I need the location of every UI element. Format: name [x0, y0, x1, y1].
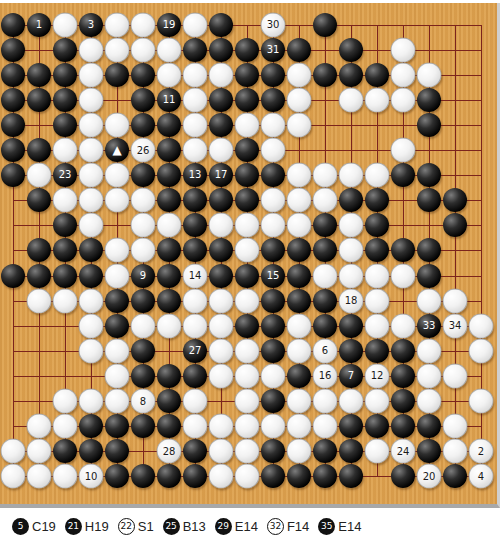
white-move-disc: 32: [267, 518, 284, 535]
move-number-label: 19: [163, 20, 176, 30]
point-P15[interactable]: [364, 112, 390, 138]
black-stone-B16: [27, 88, 51, 112]
point-D5[interactable]: [78, 363, 104, 389]
white-stone-M11: [287, 213, 312, 238]
black-stone-Q6: [391, 339, 415, 363]
black-stone-N8: [313, 289, 337, 313]
white-stone-A1: [1, 464, 26, 489]
black-stone-N17: [313, 63, 337, 87]
white-stone-D6: [79, 338, 104, 363]
point-S13[interactable]: [442, 162, 468, 188]
white-stone-J11: [209, 213, 234, 238]
white-stone-B8: [27, 288, 52, 313]
black-stone-G15: [157, 113, 181, 137]
black-stone-H18: [183, 38, 207, 62]
black-stone-K9: [235, 264, 259, 288]
move-number-label: 8: [140, 396, 146, 406]
move-number-label: 28: [163, 446, 176, 456]
go-board[interactable]: 1319303111▲26231317914151833342761671282…: [0, 3, 500, 508]
white-stone-L19: 30: [261, 12, 286, 37]
point-B4[interactable]: [26, 388, 52, 414]
white-stone-D16: [79, 87, 104, 112]
white-stone-J7: [209, 313, 234, 338]
black-stone-H6: 27: [183, 339, 207, 363]
black-stone-D2: [79, 439, 103, 463]
black-stone-M8: [287, 289, 311, 313]
white-stone-C12: [53, 188, 78, 213]
white-stone-E9: [105, 263, 130, 288]
black-stone-L8: [261, 289, 285, 313]
black-stone-O7: [339, 314, 363, 338]
white-stone-H7: [183, 313, 208, 338]
black-stone-E14: ▲: [105, 138, 129, 162]
black-stone-J19: [209, 13, 233, 37]
black-stone-J16: [209, 88, 233, 112]
black-stone-R3: [417, 414, 441, 438]
caption-coordinate: F14: [287, 519, 309, 534]
black-stone-N7: [313, 314, 337, 338]
point-Q8[interactable]: [390, 288, 416, 314]
black-stone-S12: [443, 188, 467, 212]
point-R11[interactable]: [416, 212, 442, 238]
white-stone-J1: [209, 464, 234, 489]
point-S18[interactable]: [442, 37, 468, 63]
point-B6[interactable]: [26, 338, 52, 364]
move-number-label: 6: [322, 346, 328, 356]
point-O15[interactable]: [338, 112, 364, 138]
black-stone-H11: [183, 213, 207, 237]
point-A3[interactable]: [0, 413, 26, 439]
black-stone-R9: [417, 264, 441, 288]
white-stone-G18: [157, 37, 182, 62]
caption-move-35: 35E14: [318, 518, 361, 535]
caption-coordinate: E14: [338, 519, 361, 534]
black-stone-F5: [131, 364, 155, 388]
point-M19[interactable]: [286, 12, 312, 38]
black-move-disc: 25: [163, 518, 180, 535]
point-T10[interactable]: [468, 237, 494, 263]
white-stone-C19: [53, 12, 78, 37]
black-stone-K14: [235, 138, 259, 162]
point-T3[interactable]: [468, 413, 494, 439]
point-C5[interactable]: [52, 363, 78, 389]
black-stone-F3: [131, 414, 155, 438]
white-stone-A2: [1, 439, 26, 464]
caption-move-21: 21H19: [65, 518, 109, 535]
white-stone-F4: 8: [131, 389, 156, 414]
point-A12[interactable]: [0, 187, 26, 213]
white-stone-F7: [131, 313, 156, 338]
black-stone-G9: [157, 264, 181, 288]
white-stone-P16: [365, 87, 390, 112]
black-stone-L17: [261, 63, 285, 87]
point-S16[interactable]: [442, 87, 468, 113]
black-stone-F15: [131, 113, 155, 137]
white-stone-F10: [131, 238, 156, 263]
black-stone-G1: [157, 464, 181, 488]
white-stone-N6: 6: [313, 338, 338, 363]
white-stone-H15: [183, 112, 208, 137]
white-stone-M6: [287, 338, 312, 363]
black-stone-M10: [287, 238, 311, 262]
black-stone-E1: [105, 464, 129, 488]
white-stone-N4: [313, 389, 338, 414]
black-stone-O17: [339, 63, 363, 87]
black-stone-F17: [131, 63, 155, 87]
white-stone-G11: [157, 213, 182, 238]
white-stone-M2: [287, 439, 312, 464]
point-Q11[interactable]: [390, 212, 416, 238]
point-S6[interactable]: [442, 338, 468, 364]
white-stone-E12: [105, 188, 130, 213]
white-stone-E10: [105, 238, 130, 263]
white-stone-B13: [27, 163, 52, 188]
point-T14[interactable]: [468, 137, 494, 163]
white-stone-K4: [235, 389, 260, 414]
black-stone-N19: [313, 13, 337, 37]
black-stone-A19: [1, 13, 25, 37]
white-stone-P7: [365, 313, 390, 338]
point-A6[interactable]: [0, 338, 26, 364]
point-N16[interactable]: [312, 87, 338, 113]
black-stone-R16: [417, 88, 441, 112]
point-R19[interactable]: [416, 12, 442, 38]
white-stone-E13: [105, 163, 130, 188]
point-N15[interactable]: [312, 112, 338, 138]
black-stone-L18: 31: [261, 38, 285, 62]
black-stone-Q4: [391, 389, 415, 413]
black-stone-L10: [261, 238, 285, 262]
point-B11[interactable]: [26, 212, 52, 238]
white-stone-B3: [27, 414, 52, 439]
black-stone-L4: [261, 389, 285, 413]
white-stone-J5: [209, 363, 234, 388]
point-S9[interactable]: [442, 263, 468, 289]
point-Q19[interactable]: [390, 12, 416, 38]
white-stone-D11: [79, 213, 104, 238]
move-number-label: 18: [345, 296, 358, 306]
white-stone-T2: 2: [469, 439, 494, 464]
black-stone-P3: [365, 414, 389, 438]
white-stone-J6: [209, 338, 234, 363]
black-stone-A9: [1, 264, 25, 288]
white-stone-F18: [131, 37, 156, 62]
point-J4[interactable]: [208, 388, 234, 414]
white-stone-G17: [157, 62, 182, 87]
white-move-disc: 22: [118, 518, 135, 535]
black-stone-K16: [235, 88, 259, 112]
point-O14[interactable]: [338, 137, 364, 163]
point-A11[interactable]: [0, 212, 26, 238]
white-stone-T1: 4: [469, 464, 494, 489]
point-P1[interactable]: [364, 463, 390, 489]
point-A10[interactable]: [0, 237, 26, 263]
white-stone-D12: [79, 188, 104, 213]
white-stone-J14: [209, 138, 234, 163]
white-stone-D7: [79, 313, 104, 338]
black-stone-N1: [313, 464, 337, 488]
caption-move-32: 32F14: [267, 518, 309, 535]
caption-move-25: 25B13: [163, 518, 206, 535]
black-stone-M5: [287, 364, 311, 388]
black-stone-O1: [339, 464, 363, 488]
point-S4[interactable]: [442, 388, 468, 414]
black-stone-C13: 23: [53, 163, 77, 187]
white-stone-J3: [209, 414, 234, 439]
point-T5[interactable]: [468, 363, 494, 389]
white-stone-M3: [287, 414, 312, 439]
point-B5[interactable]: [26, 363, 52, 389]
black-stone-L7: [261, 314, 285, 338]
white-stone-S3: [443, 414, 468, 439]
point-M14[interactable]: [286, 137, 312, 163]
white-stone-P9: [365, 263, 390, 288]
white-stone-D1: 10: [79, 464, 104, 489]
black-stone-G8: [157, 289, 181, 313]
point-C6[interactable]: [52, 338, 78, 364]
black-stone-F13: [131, 163, 155, 187]
white-stone-L12: [261, 188, 286, 213]
black-stone-S11: [443, 213, 467, 237]
black-stone-J12: [209, 188, 233, 212]
black-stone-Q5: [391, 364, 415, 388]
black-stone-K12: [235, 188, 259, 212]
black-stone-P6: [365, 339, 389, 363]
white-stone-J8: [209, 288, 234, 313]
white-stone-Q14: [391, 138, 416, 163]
move-number-label: 31: [267, 45, 280, 55]
point-A8[interactable]: [0, 288, 26, 314]
black-stone-Q1: [391, 464, 415, 488]
point-B18[interactable]: [26, 37, 52, 63]
white-stone-O10: [339, 238, 364, 263]
black-stone-A15: [1, 113, 25, 137]
white-stone-D8: [79, 288, 104, 313]
white-stone-K1: [235, 464, 260, 489]
white-stone-Q17: [391, 62, 416, 87]
black-stone-P11: [365, 213, 389, 237]
point-N14[interactable]: [312, 137, 338, 163]
white-stone-D13: [79, 163, 104, 188]
point-T19[interactable]: [468, 12, 494, 38]
point-S19[interactable]: [442, 12, 468, 38]
move-number-label: 15: [267, 271, 280, 281]
point-A4[interactable]: [0, 388, 26, 414]
white-stone-K2: [235, 439, 260, 464]
point-A5[interactable]: [0, 363, 26, 389]
white-stone-D14: [79, 138, 104, 163]
white-stone-H16: [183, 87, 208, 112]
point-S17[interactable]: [442, 62, 468, 88]
white-stone-L14: [261, 138, 286, 163]
white-stone-O13: [339, 163, 364, 188]
point-O19[interactable]: [338, 12, 364, 38]
black-stone-O5: 7: [339, 364, 363, 388]
white-stone-C4: [53, 389, 78, 414]
black-move-disc: 29: [215, 518, 232, 535]
black-stone-B9: [27, 264, 51, 288]
point-B7[interactable]: [26, 313, 52, 339]
move-number-label: 16: [319, 371, 332, 381]
move-number-label: 3: [88, 20, 94, 30]
point-P14[interactable]: [364, 137, 390, 163]
white-stone-E6: [105, 338, 130, 363]
white-stone-D18: [79, 37, 104, 62]
move-number-label: 14: [189, 271, 202, 281]
move-number-label: 26: [137, 145, 150, 155]
black-stone-Q3: [391, 414, 415, 438]
white-stone-H8: [183, 288, 208, 313]
point-T8[interactable]: [468, 288, 494, 314]
white-stone-L15: [261, 112, 286, 137]
caption-move-22: 22S1: [118, 518, 154, 535]
move-number-label: 7: [348, 371, 354, 381]
move-number-label: 20: [423, 471, 436, 481]
point-E16[interactable]: [104, 87, 130, 113]
black-stone-M18: [287, 38, 311, 62]
move-number-label: 10: [85, 471, 98, 481]
caption-coordinate: E14: [235, 519, 258, 534]
black-stone-J13: 17: [209, 163, 233, 187]
point-K19[interactable]: [234, 12, 260, 38]
black-stone-E17: [105, 63, 129, 87]
move-number-label: 12: [371, 371, 384, 381]
point-S15[interactable]: [442, 112, 468, 138]
white-stone-S8: [443, 288, 468, 313]
black-stone-A18: [1, 38, 25, 62]
black-stone-F16: [131, 88, 155, 112]
black-stone-H13: 13: [183, 163, 207, 187]
white-stone-M7: [287, 313, 312, 338]
black-stone-B19: 1: [27, 13, 51, 37]
white-stone-L11: [261, 213, 286, 238]
black-stone-S1: [443, 464, 467, 488]
white-stone-E5: [105, 363, 130, 388]
point-N18[interactable]: [312, 37, 338, 63]
white-stone-F19: [131, 12, 156, 37]
white-stone-G7: [157, 313, 182, 338]
black-stone-R7: 33: [417, 314, 441, 338]
white-stone-N5: 16: [313, 363, 338, 388]
black-stone-P10: [365, 238, 389, 262]
point-Q15[interactable]: [390, 112, 416, 138]
point-P18[interactable]: [364, 37, 390, 63]
move-number-label: 34: [449, 321, 462, 331]
black-stone-J9: [209, 264, 233, 288]
black-stone-O12: [339, 188, 363, 212]
white-stone-C1: [53, 464, 78, 489]
point-R18[interactable]: [416, 37, 442, 63]
black-stone-E3: [105, 414, 129, 438]
move-number-label: 9: [140, 271, 146, 281]
white-stone-P8: [365, 288, 390, 313]
point-P19[interactable]: [364, 12, 390, 38]
white-stone-H4: [183, 389, 208, 414]
white-stone-Q2: 24: [391, 439, 416, 464]
caption-coordinate: H19: [85, 519, 109, 534]
point-T13[interactable]: [468, 162, 494, 188]
black-stone-C16: [53, 88, 77, 112]
black-stone-D3: [79, 414, 103, 438]
black-move-disc: 21: [65, 518, 82, 535]
black-stone-L16: [261, 88, 285, 112]
black-stone-C10: [53, 238, 77, 262]
point-R14[interactable]: [416, 137, 442, 163]
move-caption: 5C1921H1922S125B1329E1432F1435E14: [12, 511, 361, 541]
point-T12[interactable]: [468, 187, 494, 213]
white-stone-B2: [27, 439, 52, 464]
black-stone-P12: [365, 188, 389, 212]
move-number-label: 11: [163, 95, 176, 105]
point-T15[interactable]: [468, 112, 494, 138]
white-stone-H17: [183, 62, 208, 87]
black-stone-L1: [261, 464, 285, 488]
black-stone-D10: [79, 238, 103, 262]
black-stone-B17: [27, 63, 51, 87]
black-move-disc: 5: [12, 518, 29, 535]
black-stone-C18: [53, 38, 77, 62]
white-stone-M4: [287, 389, 312, 414]
point-S14[interactable]: [442, 137, 468, 163]
white-stone-O8: 18: [339, 288, 364, 313]
white-stone-E18: [105, 37, 130, 62]
black-stone-O6: [339, 339, 363, 363]
white-stone-C8: [53, 288, 78, 313]
point-T16[interactable]: [468, 87, 494, 113]
black-stone-G12: [157, 188, 181, 212]
white-stone-Q16: [391, 87, 416, 112]
black-stone-Q13: [391, 163, 415, 187]
point-T11[interactable]: [468, 212, 494, 238]
point-S10[interactable]: [442, 237, 468, 263]
black-stone-R15: [417, 113, 441, 137]
point-C7[interactable]: [52, 313, 78, 339]
point-T18[interactable]: [468, 37, 494, 63]
white-stone-K11: [235, 213, 260, 238]
point-Q12[interactable]: [390, 187, 416, 213]
black-stone-N10: [313, 238, 337, 262]
point-T17[interactable]: [468, 62, 494, 88]
white-stone-L5: [261, 363, 286, 388]
point-T9[interactable]: [468, 263, 494, 289]
point-F2[interactable]: [130, 438, 156, 464]
black-stone-L6: [261, 339, 285, 363]
white-stone-R1: 20: [417, 464, 442, 489]
point-G6[interactable]: [156, 338, 182, 364]
white-stone-F11: [131, 213, 156, 238]
black-stone-Q10: [391, 238, 415, 262]
point-B15[interactable]: [26, 112, 52, 138]
black-stone-F8: [131, 289, 155, 313]
point-E11[interactable]: [104, 212, 130, 238]
black-stone-E8: [105, 289, 129, 313]
black-stone-A16: [1, 88, 25, 112]
white-stone-D15: [79, 112, 104, 137]
black-stone-F1: [131, 464, 155, 488]
black-stone-H1: [183, 464, 207, 488]
black-stone-H5: [183, 364, 207, 388]
black-stone-L9: 15: [261, 264, 285, 288]
black-stone-F9: 9: [131, 264, 155, 288]
move-number-label: 23: [59, 170, 72, 180]
point-A7[interactable]: [0, 313, 26, 339]
black-stone-H10: [183, 238, 207, 262]
white-stone-T7: [469, 313, 494, 338]
white-stone-G2: 28: [157, 439, 182, 464]
white-stone-E19: [105, 12, 130, 37]
white-stone-J2: [209, 439, 234, 464]
black-stone-G5: [157, 364, 181, 388]
